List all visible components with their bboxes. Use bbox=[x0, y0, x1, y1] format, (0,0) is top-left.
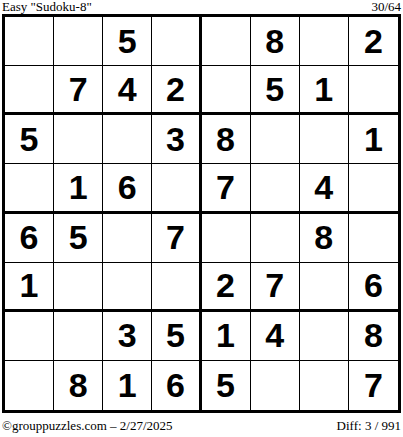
cell-r3c2[interactable] bbox=[54, 115, 103, 164]
cell-r5c4[interactable]: 7 bbox=[152, 214, 201, 263]
cell-r3c8[interactable]: 1 bbox=[349, 115, 398, 164]
cell-r7c6[interactable]: 4 bbox=[251, 312, 300, 361]
cell-r8c6[interactable] bbox=[251, 361, 300, 410]
cell-r3c1[interactable]: 5 bbox=[5, 115, 54, 164]
cell-r1c2[interactable] bbox=[54, 17, 103, 66]
cell-r1c4[interactable] bbox=[152, 17, 201, 66]
cell-r7c1[interactable] bbox=[5, 312, 54, 361]
cell-r7c3[interactable]: 3 bbox=[103, 312, 152, 361]
cell-r8c2[interactable]: 8 bbox=[54, 361, 103, 410]
cell-r5c7[interactable]: 8 bbox=[300, 214, 349, 263]
puzzle-counter: 30/64 bbox=[371, 0, 401, 13]
cell-r4c7[interactable]: 4 bbox=[300, 164, 349, 213]
cell-r1c5[interactable] bbox=[202, 17, 251, 66]
cell-r1c3[interactable]: 5 bbox=[103, 17, 152, 66]
cell-r1c1[interactable] bbox=[5, 17, 54, 66]
cell-r2c6[interactable]: 5 bbox=[251, 66, 300, 115]
cell-r5c3[interactable] bbox=[103, 214, 152, 263]
cell-r2c8[interactable] bbox=[349, 66, 398, 115]
cell-r7c4[interactable]: 5 bbox=[152, 312, 201, 361]
cell-r1c7[interactable] bbox=[300, 17, 349, 66]
cell-r2c5[interactable] bbox=[202, 66, 251, 115]
header: Easy "Sudoku-8" 30/64 bbox=[0, 0, 403, 14]
cell-r2c3[interactable]: 4 bbox=[103, 66, 152, 115]
cell-r6c1[interactable]: 1 bbox=[5, 263, 54, 312]
cell-r3c3[interactable] bbox=[103, 115, 152, 164]
cell-r8c3[interactable]: 1 bbox=[103, 361, 152, 410]
cell-r5c5[interactable] bbox=[202, 214, 251, 263]
cell-r7c2[interactable] bbox=[54, 312, 103, 361]
cell-r2c2[interactable]: 7 bbox=[54, 66, 103, 115]
cell-r5c8[interactable] bbox=[349, 214, 398, 263]
sudoku-board: 5827425153811674657812763514881657 bbox=[2, 14, 401, 413]
cell-r4c4[interactable] bbox=[152, 164, 201, 213]
cell-r5c2[interactable]: 5 bbox=[54, 214, 103, 263]
cell-r3c5[interactable]: 8 bbox=[202, 115, 251, 164]
cell-r6c2[interactable] bbox=[54, 263, 103, 312]
cell-r1c6[interactable]: 8 bbox=[251, 17, 300, 66]
cell-r8c5[interactable]: 5 bbox=[202, 361, 251, 410]
cell-r8c4[interactable]: 6 bbox=[152, 361, 201, 410]
cell-r3c7[interactable] bbox=[300, 115, 349, 164]
cell-r7c7[interactable] bbox=[300, 312, 349, 361]
cell-r7c5[interactable]: 1 bbox=[202, 312, 251, 361]
footer: ©grouppuzzles.com – 2/27/2025 Diff: 3 / … bbox=[0, 413, 403, 437]
cell-r6c3[interactable] bbox=[103, 263, 152, 312]
cell-r3c4[interactable]: 3 bbox=[152, 115, 201, 164]
cell-r7c8[interactable]: 8 bbox=[349, 312, 398, 361]
cell-r3c6[interactable] bbox=[251, 115, 300, 164]
cell-r5c6[interactable] bbox=[251, 214, 300, 263]
cell-r4c5[interactable]: 7 bbox=[202, 164, 251, 213]
difficulty-text: Diff: 3 / 991 bbox=[337, 419, 401, 432]
cell-r2c1[interactable] bbox=[5, 66, 54, 115]
cell-r2c7[interactable]: 1 bbox=[300, 66, 349, 115]
cell-r6c8[interactable]: 6 bbox=[349, 263, 398, 312]
cell-r4c6[interactable] bbox=[251, 164, 300, 213]
cell-r2c4[interactable]: 2 bbox=[152, 66, 201, 115]
puzzle-title: Easy "Sudoku-8" bbox=[2, 0, 92, 13]
cell-r4c8[interactable] bbox=[349, 164, 398, 213]
cell-r6c7[interactable] bbox=[300, 263, 349, 312]
cell-r6c5[interactable]: 2 bbox=[202, 263, 251, 312]
cell-r4c2[interactable]: 1 bbox=[54, 164, 103, 213]
copyright-text: ©grouppuzzles.com – 2/27/2025 bbox=[2, 419, 173, 432]
cell-r8c1[interactable] bbox=[5, 361, 54, 410]
cell-r6c6[interactable]: 7 bbox=[251, 263, 300, 312]
cell-r1c8[interactable]: 2 bbox=[349, 17, 398, 66]
cell-r4c1[interactable] bbox=[5, 164, 54, 213]
cell-r5c1[interactable]: 6 bbox=[5, 214, 54, 263]
cell-r8c7[interactable] bbox=[300, 361, 349, 410]
cell-r8c8[interactable]: 7 bbox=[349, 361, 398, 410]
cell-r4c3[interactable]: 6 bbox=[103, 164, 152, 213]
cell-r6c4[interactable] bbox=[152, 263, 201, 312]
